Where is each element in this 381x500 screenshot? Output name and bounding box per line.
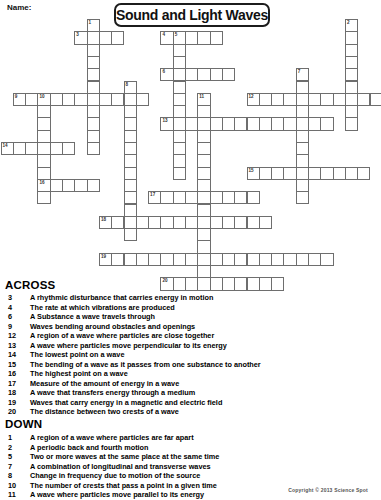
clue-item: 16The highest point on a wave bbox=[0, 369, 381, 379]
grid-cell[interactable] bbox=[234, 216, 247, 229]
grid-cell[interactable] bbox=[173, 105, 186, 118]
grid-cell[interactable] bbox=[345, 167, 358, 180]
clue-text: Measure of the amount of energy in a wav… bbox=[30, 379, 179, 389]
cell-number: 14 bbox=[3, 143, 8, 148]
clue-text: A wave where particles move parallel to … bbox=[30, 490, 204, 500]
grid-cell[interactable] bbox=[173, 167, 186, 180]
grid-cell[interactable] bbox=[222, 253, 235, 266]
grid-cell[interactable] bbox=[247, 117, 260, 130]
grid-cell[interactable] bbox=[271, 167, 284, 180]
cell-number: 18 bbox=[101, 217, 106, 222]
grid-cell[interactable] bbox=[124, 191, 137, 204]
grid-cell[interactable] bbox=[247, 277, 260, 290]
grid-cell[interactable] bbox=[124, 204, 137, 217]
grid-cell[interactable] bbox=[234, 277, 247, 290]
grid-cell[interactable] bbox=[87, 81, 100, 94]
clue-item: 12A region of a wave where particles are… bbox=[0, 331, 381, 341]
grid-cell[interactable] bbox=[259, 253, 272, 266]
grid-cell[interactable] bbox=[185, 216, 198, 229]
grid-cell[interactable] bbox=[234, 117, 247, 130]
grid-cell[interactable] bbox=[173, 68, 186, 81]
grid-cell[interactable] bbox=[124, 117, 137, 130]
grid-cell[interactable] bbox=[87, 130, 100, 143]
grid-cell[interactable] bbox=[210, 191, 223, 204]
cell-number: 1 bbox=[89, 20, 92, 25]
clue-text: Two or more waves at the same place at t… bbox=[30, 452, 219, 462]
grid-cell[interactable] bbox=[308, 253, 321, 266]
grid-cell[interactable] bbox=[296, 154, 309, 167]
grid-cell[interactable] bbox=[111, 31, 124, 44]
grid-cell[interactable] bbox=[185, 68, 198, 81]
clue-item: 3A rhythmic disturbance that carries ene… bbox=[0, 293, 381, 303]
grid-cell[interactable] bbox=[296, 179, 309, 192]
grid-cell[interactable] bbox=[271, 277, 284, 290]
clue-number: 9 bbox=[0, 322, 25, 332]
clue-text: The distance between two crests of a wav… bbox=[30, 407, 179, 417]
grid-cell[interactable] bbox=[247, 216, 260, 229]
grid-cell[interactable] bbox=[185, 31, 198, 44]
grid-cell[interactable] bbox=[124, 93, 137, 106]
grid-cell[interactable]: 17 bbox=[148, 191, 161, 204]
grid-cell[interactable] bbox=[222, 216, 235, 229]
grid-cell[interactable]: 9 bbox=[13, 93, 26, 106]
grid-cell[interactable] bbox=[222, 277, 235, 290]
grid-cell[interactable] bbox=[50, 142, 63, 155]
grid-cell[interactable] bbox=[259, 277, 272, 290]
grid-cell[interactable] bbox=[222, 117, 235, 130]
copyright-text: Copyright © 2013 Science Spot bbox=[288, 487, 368, 493]
grid-cell[interactable]: 10 bbox=[37, 93, 50, 106]
grid-cell[interactable] bbox=[210, 117, 223, 130]
grid-cell[interactable] bbox=[333, 93, 346, 106]
grid-cell[interactable]: 6 bbox=[160, 68, 173, 81]
clue-item: 18A wave that transfers energy through a… bbox=[0, 388, 381, 398]
clue-number: 16 bbox=[0, 369, 25, 379]
grid-cell[interactable]: 18 bbox=[99, 216, 112, 229]
grid-cell[interactable] bbox=[197, 142, 210, 155]
grid-cell[interactable] bbox=[308, 93, 321, 106]
cell-number: 15 bbox=[249, 168, 254, 173]
grid-cell[interactable] bbox=[124, 167, 137, 180]
grid-cell[interactable] bbox=[271, 117, 284, 130]
grid-cell[interactable] bbox=[296, 93, 309, 106]
grid-cell[interactable]: 15 bbox=[247, 167, 260, 180]
cell-number: 7 bbox=[298, 69, 301, 74]
clue-item: 2A periodic back and fourth motion bbox=[0, 443, 381, 453]
cell-number: 16 bbox=[39, 180, 44, 185]
grid-cell[interactable] bbox=[173, 253, 186, 266]
clue-item: 5Two or more waves at the same place at … bbox=[0, 452, 381, 462]
clue-text: The rate at which vibrations are produce… bbox=[30, 303, 175, 313]
cell-number: 11 bbox=[199, 94, 204, 99]
clue-item: 6A Substance a wave travels through bbox=[0, 312, 381, 322]
grid-cell[interactable] bbox=[37, 142, 50, 155]
grid-cell[interactable] bbox=[74, 179, 87, 192]
grid-cell[interactable] bbox=[87, 93, 100, 106]
clue-text: A combination of longitudinal and transv… bbox=[30, 462, 211, 472]
grid-cell[interactable] bbox=[333, 167, 346, 180]
grid-cell[interactable] bbox=[87, 31, 100, 44]
clue-number: 17 bbox=[0, 379, 25, 389]
grid-cell[interactable] bbox=[197, 179, 210, 192]
clue-item: 19Waves that carry energy in a magnetic … bbox=[0, 398, 381, 408]
grid-cell[interactable] bbox=[136, 253, 149, 266]
grid-cell[interactable] bbox=[173, 44, 186, 57]
grid-cell[interactable] bbox=[62, 93, 75, 106]
grid-cell[interactable] bbox=[173, 216, 186, 229]
grid-cell[interactable] bbox=[296, 117, 309, 130]
grid-cell[interactable]: 16 bbox=[37, 179, 50, 192]
grid-cell[interactable] bbox=[259, 216, 272, 229]
grid-cell[interactable] bbox=[320, 167, 333, 180]
grid-cell[interactable] bbox=[37, 154, 50, 167]
grid-cell[interactable] bbox=[173, 117, 186, 130]
grid-cell[interactable] bbox=[124, 216, 137, 229]
grid-cell[interactable] bbox=[345, 31, 358, 44]
grid-cell[interactable] bbox=[62, 179, 75, 192]
grid-cell[interactable] bbox=[173, 130, 186, 143]
grid-cell[interactable] bbox=[62, 142, 75, 155]
grid-cell[interactable] bbox=[296, 105, 309, 118]
grid-cell[interactable] bbox=[345, 68, 358, 81]
grid-cell[interactable] bbox=[99, 31, 112, 44]
grid-cell[interactable] bbox=[296, 81, 309, 94]
cell-number: 2 bbox=[347, 20, 350, 25]
grid-cell[interactable] bbox=[37, 130, 50, 143]
grid-cell[interactable]: 5 bbox=[173, 31, 186, 44]
grid-cell[interactable] bbox=[87, 105, 100, 118]
grid-cell[interactable] bbox=[124, 179, 137, 192]
grid-cell[interactable] bbox=[197, 216, 210, 229]
grid-cell[interactable] bbox=[210, 68, 223, 81]
clue-item: 7A combination of longitudinal and trans… bbox=[0, 462, 381, 472]
grid-cell[interactable] bbox=[259, 167, 272, 180]
grid-cell[interactable] bbox=[210, 277, 223, 290]
clue-text: A Substance a wave travels through bbox=[30, 312, 155, 322]
across-clue-list: 3A rhythmic disturbance that carries ene… bbox=[0, 293, 381, 417]
clue-number: 5 bbox=[0, 452, 25, 462]
grid-cell[interactable] bbox=[87, 56, 100, 69]
across-heading: ACROSS bbox=[5, 279, 55, 291]
clue-number: 19 bbox=[0, 398, 25, 408]
grid-cell[interactable] bbox=[222, 191, 235, 204]
clue-text: Waves bending around obstacles and openi… bbox=[30, 322, 195, 332]
grid-cell[interactable] bbox=[296, 130, 309, 143]
clue-number: 12 bbox=[0, 331, 25, 341]
grid-cell[interactable]: 3 bbox=[74, 31, 87, 44]
grid-cell[interactable] bbox=[197, 240, 210, 253]
clue-number: 18 bbox=[0, 388, 25, 398]
cell-number: 12 bbox=[249, 94, 254, 99]
grid-cell[interactable] bbox=[87, 117, 100, 130]
grid-cell[interactable]: 4 bbox=[160, 31, 173, 44]
grid-cell[interactable] bbox=[197, 154, 210, 167]
grid-cell[interactable]: 20 bbox=[160, 277, 173, 290]
grid-cell[interactable] bbox=[296, 142, 309, 155]
down-heading: DOWN bbox=[5, 418, 42, 430]
cell-number: 20 bbox=[162, 278, 167, 283]
grid-cell[interactable] bbox=[283, 93, 296, 106]
clue-number: 14 bbox=[0, 350, 25, 360]
grid-cell[interactable] bbox=[197, 68, 210, 81]
grid-cell[interactable] bbox=[259, 93, 272, 106]
grid-cell[interactable]: 7 bbox=[296, 68, 309, 81]
cell-number: 3 bbox=[76, 32, 79, 37]
grid-cell[interactable] bbox=[197, 117, 210, 130]
grid-cell[interactable] bbox=[25, 93, 38, 106]
clue-item: 17Measure of the amount of energy in a w… bbox=[0, 379, 381, 389]
grid-cell[interactable] bbox=[173, 154, 186, 167]
clue-text: A periodic back and fourth motion bbox=[30, 443, 149, 453]
grid-cell[interactable]: 1 bbox=[87, 19, 100, 32]
grid-cell[interactable] bbox=[160, 191, 173, 204]
clue-number: 3 bbox=[0, 293, 25, 303]
grid-cell[interactable] bbox=[37, 105, 50, 118]
grid-cell[interactable] bbox=[185, 117, 198, 130]
grid-cell[interactable] bbox=[124, 228, 137, 241]
grid-cell[interactable] bbox=[50, 93, 63, 106]
grid-cell[interactable] bbox=[124, 130, 137, 143]
clue-text: A wave that transfers energy through a m… bbox=[30, 388, 195, 398]
grid-cell[interactable] bbox=[173, 277, 186, 290]
clue-number: 10 bbox=[0, 481, 25, 491]
grid-cell[interactable] bbox=[197, 130, 210, 143]
clue-text: A wave where particles move perpendicula… bbox=[30, 341, 227, 351]
clue-text: The bending of a wave as it passes from … bbox=[30, 360, 261, 370]
clue-item: 15The bending of a wave as it passes fro… bbox=[0, 360, 381, 370]
grid-cell[interactable] bbox=[247, 191, 260, 204]
grid-cell[interactable] bbox=[185, 191, 198, 204]
grid-cell[interactable] bbox=[99, 93, 112, 106]
clue-number: 15 bbox=[0, 360, 25, 370]
clue-number: 8 bbox=[0, 471, 25, 481]
grid-cell[interactable] bbox=[271, 253, 284, 266]
clue-number: 7 bbox=[0, 462, 25, 472]
grid-cell[interactable] bbox=[148, 216, 161, 229]
grid-cell[interactable] bbox=[50, 179, 63, 192]
grid-cell[interactable] bbox=[185, 277, 198, 290]
grid-cell[interactable] bbox=[197, 167, 210, 180]
grid-cell[interactable] bbox=[345, 81, 358, 94]
grid-cell[interactable]: 11 bbox=[197, 93, 210, 106]
grid-cell[interactable] bbox=[345, 117, 358, 130]
clue-item: 8Change in frequency due to motion of th… bbox=[0, 471, 381, 481]
grid-cell[interactable] bbox=[296, 191, 309, 204]
grid-cell[interactable] bbox=[283, 167, 296, 180]
grid-cell[interactable] bbox=[197, 228, 210, 241]
grid-cell[interactable] bbox=[234, 191, 247, 204]
grid-cell[interactable] bbox=[136, 216, 149, 229]
grid-cell[interactable] bbox=[124, 105, 137, 118]
clue-item: 9Waves bending around obstacles and open… bbox=[0, 322, 381, 332]
clue-number: 13 bbox=[0, 341, 25, 351]
clue-number: 1 bbox=[0, 433, 25, 443]
grid-cell[interactable] bbox=[197, 253, 210, 266]
grid-cell[interactable] bbox=[345, 93, 358, 106]
grid-cell[interactable] bbox=[259, 117, 272, 130]
grid-cell[interactable] bbox=[160, 216, 173, 229]
grid-cell[interactable] bbox=[345, 56, 358, 69]
clue-number: 20 bbox=[0, 407, 25, 417]
grid-cell[interactable] bbox=[370, 93, 381, 106]
grid-cell[interactable] bbox=[345, 44, 358, 57]
grid-cell[interactable] bbox=[160, 253, 173, 266]
clue-number: 6 bbox=[0, 312, 25, 322]
clue-number: 2 bbox=[0, 443, 25, 453]
grid-cell[interactable] bbox=[308, 117, 321, 130]
clue-item: 14The lowest point on a wave bbox=[0, 350, 381, 360]
grid-cell[interactable] bbox=[210, 253, 223, 266]
grid-cell[interactable] bbox=[197, 105, 210, 118]
clue-number: 11 bbox=[0, 490, 25, 500]
grid-cell[interactable] bbox=[111, 253, 124, 266]
clue-item: 1A region of a wave where particles are … bbox=[0, 433, 381, 443]
cell-number: 6 bbox=[162, 69, 165, 74]
clue-text: The number of crests that pass a point i… bbox=[30, 481, 217, 491]
grid-cell[interactable] bbox=[87, 142, 100, 155]
grid-cell[interactable] bbox=[37, 167, 50, 180]
grid-cell[interactable] bbox=[136, 93, 149, 106]
grid-cell[interactable] bbox=[234, 253, 247, 266]
grid-cell[interactable] bbox=[296, 167, 309, 180]
grid-cell[interactable] bbox=[148, 253, 161, 266]
grid-cell[interactable] bbox=[247, 253, 260, 266]
grid-cell[interactable] bbox=[210, 216, 223, 229]
grid-cell[interactable] bbox=[25, 142, 38, 155]
clue-item: 13A wave where particles move perpendicu… bbox=[0, 341, 381, 351]
grid-cell[interactable] bbox=[173, 142, 186, 155]
grid-cell[interactable]: 2 bbox=[345, 19, 358, 32]
grid-cell[interactable] bbox=[37, 117, 50, 130]
grid-cell[interactable] bbox=[283, 253, 296, 266]
grid-cell[interactable] bbox=[320, 117, 333, 130]
grid-cell[interactable]: 12 bbox=[247, 93, 260, 106]
cell-number: 19 bbox=[101, 254, 106, 259]
grid-cell[interactable] bbox=[173, 93, 186, 106]
clue-text: Change in frequency due to motion of the… bbox=[30, 471, 200, 481]
grid-cell[interactable] bbox=[320, 253, 333, 266]
clue-text: A region of a wave where particles are f… bbox=[30, 433, 194, 443]
grid-cell[interactable] bbox=[124, 142, 137, 155]
clue-text: A region of a wave where particles are c… bbox=[30, 331, 214, 341]
grid-cell[interactable] bbox=[222, 68, 235, 81]
grid-cell[interactable]: 8 bbox=[124, 81, 137, 94]
cell-number: 5 bbox=[175, 32, 178, 37]
grid-cell[interactable]: 14 bbox=[1, 142, 14, 155]
cell-number: 4 bbox=[162, 32, 165, 37]
grid-cell[interactable] bbox=[197, 191, 210, 204]
grid-cell[interactable] bbox=[210, 31, 223, 44]
grid-cell[interactable] bbox=[111, 216, 124, 229]
grid-cell[interactable] bbox=[185, 253, 198, 266]
grid-cell[interactable] bbox=[197, 265, 210, 278]
grid-cell[interactable] bbox=[320, 93, 333, 106]
cell-number: 8 bbox=[126, 82, 129, 87]
clue-text: A rhythmic disturbance that carries ener… bbox=[30, 293, 213, 303]
clue-item: 20The distance between two crests of a w… bbox=[0, 407, 381, 417]
cell-number: 13 bbox=[162, 118, 167, 123]
grid-cell[interactable] bbox=[37, 191, 50, 204]
grid-cell[interactable]: 19 bbox=[99, 253, 112, 266]
cell-number: 9 bbox=[15, 94, 18, 99]
grid-cell[interactable] bbox=[308, 167, 321, 180]
grid-cell[interactable] bbox=[345, 105, 358, 118]
grid-cell[interactable] bbox=[87, 68, 100, 81]
grid-cell[interactable] bbox=[197, 277, 210, 290]
grid-cell[interactable] bbox=[173, 191, 186, 204]
clue-text: Waves that carry energy in a magnetic an… bbox=[30, 398, 222, 408]
grid-cell[interactable] bbox=[283, 117, 296, 130]
clue-number: 4 bbox=[0, 303, 25, 313]
grid-cell[interactable] bbox=[87, 179, 100, 192]
grid-cell[interactable] bbox=[74, 93, 87, 106]
grid-cell[interactable] bbox=[296, 253, 309, 266]
grid-cell[interactable] bbox=[124, 253, 137, 266]
grid-cell[interactable] bbox=[13, 142, 26, 155]
grid-cell[interactable] bbox=[271, 93, 284, 106]
grid-cell[interactable] bbox=[197, 204, 210, 217]
grid-cell[interactable] bbox=[357, 93, 370, 106]
grid-cell[interactable] bbox=[357, 167, 370, 180]
clue-text: The lowest point on a wave bbox=[30, 350, 124, 360]
grid-cell[interactable] bbox=[197, 31, 210, 44]
grid-cell[interactable] bbox=[124, 154, 137, 167]
grid-cell[interactable] bbox=[87, 44, 100, 57]
grid-cell[interactable] bbox=[111, 93, 124, 106]
grid-cell[interactable] bbox=[173, 81, 186, 94]
cell-number: 17 bbox=[150, 192, 155, 197]
grid-cell[interactable]: 13 bbox=[160, 117, 173, 130]
grid-cell[interactable] bbox=[173, 56, 186, 69]
clue-item: 4The rate at which vibrations are produc… bbox=[0, 303, 381, 313]
clue-text: The highest point on a wave bbox=[30, 369, 128, 379]
cell-number: 10 bbox=[39, 94, 44, 99]
crossword-grid: 3456910121314151617181920127811 bbox=[0, 0, 381, 500]
